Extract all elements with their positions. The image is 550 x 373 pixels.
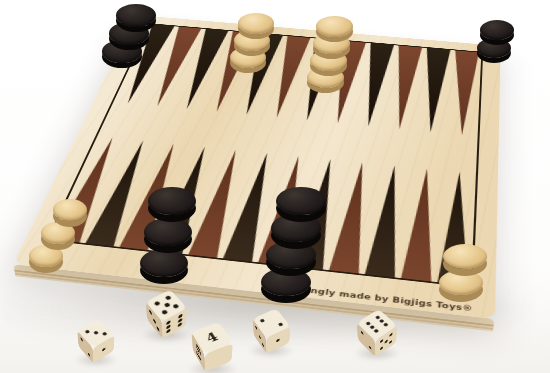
product-photo-stage: Lovingly made by Bigjigs Toys® 464 <box>0 0 550 373</box>
point-b10[interactable] <box>362 164 410 278</box>
point-t12[interactable] <box>447 50 481 136</box>
point-t11[interactable] <box>415 48 452 134</box>
point-b6[interactable] <box>221 151 283 262</box>
point-b8[interactable] <box>291 157 346 270</box>
points-row-bottom <box>49 136 476 286</box>
point-b11[interactable] <box>399 167 443 282</box>
die-shadow <box>74 353 118 367</box>
point-t10[interactable] <box>384 45 424 130</box>
point-b7[interactable] <box>256 154 314 266</box>
backgammon-board: Lovingly made by Bigjigs Toys® <box>13 15 501 319</box>
point-b1[interactable] <box>49 136 127 243</box>
points-row-top <box>113 24 481 137</box>
playing-field <box>46 23 483 288</box>
point-b3[interactable] <box>117 142 189 251</box>
point-b9[interactable] <box>327 161 378 274</box>
point-t1[interactable] <box>114 24 176 105</box>
board-scene: Lovingly made by Bigjigs Toys® <box>76 0 496 352</box>
point-b5[interactable] <box>186 148 251 258</box>
point-b4[interactable] <box>151 145 219 254</box>
point-b2[interactable] <box>83 139 158 247</box>
die-shadow <box>187 361 238 373</box>
point-b12[interactable] <box>435 170 476 286</box>
die-pip <box>88 352 90 357</box>
